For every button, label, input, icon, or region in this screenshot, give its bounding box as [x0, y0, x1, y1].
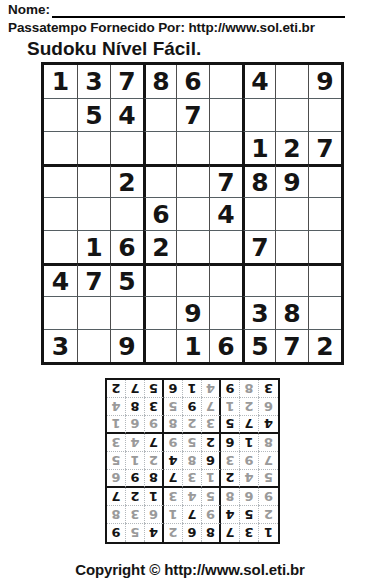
sudoku-cell-r2c3: 4	[110, 98, 143, 131]
sudoku-cell-r9c6: 6	[209, 329, 242, 362]
solution-cell-r7c5: 2	[183, 416, 202, 434]
sudoku-cell-r6c2: 1	[77, 230, 110, 263]
sudoku-cell-r3c3[interactable]	[110, 131, 143, 164]
sudoku-cell-r3c8: 2	[275, 131, 308, 164]
solution-cell-r9c3: 9	[221, 380, 240, 398]
sudoku-cell-r2c9[interactable]	[308, 98, 341, 131]
solution-cell-r5c1: 7	[259, 452, 278, 470]
solution-cell-r9c5: 1	[183, 380, 202, 398]
sudoku-cell-r4c8: 9	[275, 164, 308, 197]
sudoku-cell-r3c4[interactable]	[143, 131, 176, 164]
solution-cell-r1c8: 5	[126, 524, 145, 542]
sudoku-cell-r1c1: 1	[44, 65, 77, 98]
solution-cell-r5c8: 1	[126, 452, 145, 470]
solution-cell-r6c1: 8	[259, 434, 278, 452]
solution-cell-r9c7: 5	[145, 380, 164, 398]
solution-cell-r4c7: 8	[145, 470, 164, 488]
solution-cell-r9c8: 7	[126, 380, 145, 398]
sudoku-cell-r6c3: 6	[110, 230, 143, 263]
solution-cell-r9c9: 2	[107, 380, 126, 398]
solution-cell-r7c8: 6	[126, 416, 145, 434]
solution-cell-r2c9: 8	[107, 506, 126, 524]
sudoku-cell-r4c5[interactable]	[176, 164, 209, 197]
solution-cell-r4c4: 1	[202, 470, 221, 488]
solution-cell-r1c4: 8	[202, 524, 221, 542]
sudoku-cell-r2c8[interactable]	[275, 98, 308, 131]
sudoku-cell-r4c4[interactable]	[143, 164, 176, 197]
solution-cell-r8c8: 8	[126, 398, 145, 416]
solution-cell-r7c6: 8	[164, 416, 183, 434]
solution-cell-r9c1: 3	[259, 380, 278, 398]
sudoku-cell-r7c3: 5	[110, 263, 143, 296]
solution-cell-r4c8: 9	[126, 470, 145, 488]
sudoku-cell-r6c5[interactable]	[176, 230, 209, 263]
sudoku-cell-r4c9[interactable]	[308, 164, 341, 197]
sudoku-cell-r6c1[interactable]	[44, 230, 77, 263]
solution-cell-r4c3: 2	[221, 470, 240, 488]
solution-cell-r7c1: 4	[259, 416, 278, 434]
solution-cell-r2c8: 3	[126, 506, 145, 524]
solution-cell-r6c3: 6	[221, 434, 240, 452]
name-blank-line	[52, 1, 345, 18]
sudoku-cell-r7c5[interactable]	[176, 263, 209, 296]
sudoku-cell-r5c6: 4	[209, 197, 242, 230]
solution-cell-r6c9: 3	[107, 434, 126, 452]
solution-cell-r6c8: 4	[126, 434, 145, 452]
solution-cell-r8c9: 4	[107, 398, 126, 416]
solution-cell-r6c2: 1	[240, 434, 259, 452]
sudoku-cell-r6c8[interactable]	[275, 230, 308, 263]
sudoku-cell-r5c8[interactable]	[275, 197, 308, 230]
solution-cell-r3c9: 7	[107, 488, 126, 506]
solution-cell-r5c9: 5	[107, 452, 126, 470]
sudoku-cell-r2c1[interactable]	[44, 98, 77, 131]
sudoku-cell-r1c9: 9	[308, 65, 341, 98]
solution-cell-r3c8: 2	[126, 488, 145, 506]
sudoku-cell-r8c7: 3	[242, 296, 275, 329]
solution-cell-r8c4: 7	[202, 398, 221, 416]
solution-cell-r7c9: 1	[107, 416, 126, 434]
solution-cell-r8c3: 1	[221, 398, 240, 416]
sudoku-cell-r6c6[interactable]	[209, 230, 242, 263]
sudoku-cell-r3c9: 7	[308, 131, 341, 164]
sudoku-cell-r2c6[interactable]	[209, 98, 242, 131]
sudoku-cell-r4c1[interactable]	[44, 164, 77, 197]
solution-cell-r3c4: 5	[202, 488, 221, 506]
solution-cell-r3c3: 8	[221, 488, 240, 506]
solution-cell-r6c5: 5	[183, 434, 202, 452]
solution-cell-r6c6: 9	[164, 434, 183, 452]
solution-cell-r7c7: 9	[145, 416, 164, 434]
solution-cell-r1c3: 7	[221, 524, 240, 542]
sudoku-cell-r2c5: 7	[176, 98, 209, 131]
sudoku-cell-r5c1[interactable]	[44, 197, 77, 230]
sudoku-cell-r6c4: 2	[143, 230, 176, 263]
sudoku-cell-r8c1[interactable]	[44, 296, 77, 329]
sudoku-cell-r3c1[interactable]	[44, 131, 77, 164]
sudoku-cell-r4c2[interactable]	[77, 164, 110, 197]
sudoku-cell-r5c7[interactable]	[242, 197, 275, 230]
sudoku-cell-r8c8: 8	[275, 296, 308, 329]
solution-cell-r4c9: 6	[107, 470, 126, 488]
page-title: Sudoku Nível Fácil.	[27, 38, 201, 60]
name-row: Nome:	[8, 1, 345, 18]
sudoku-cell-r2c7[interactable]	[242, 98, 275, 131]
solution-cell-r1c5: 6	[183, 524, 202, 542]
sudoku-cell-r8c3[interactable]	[110, 296, 143, 329]
solution-cell-r3c6: 3	[164, 488, 183, 506]
solution-cell-r5c5: 8	[183, 452, 202, 470]
solution-cell-r2c5: 7	[183, 506, 202, 524]
sudoku-cell-r3c5[interactable]	[176, 131, 209, 164]
sudoku-cell-r5c4: 6	[143, 197, 176, 230]
sudoku-cell-r5c9[interactable]	[308, 197, 341, 230]
copyright-text: Copyright © http://www.sol.eti.br	[0, 561, 380, 578]
solution-cell-r3c2: 6	[240, 488, 259, 506]
solution-cell-r2c2: 5	[240, 506, 259, 524]
sudoku-cell-r9c2[interactable]	[77, 329, 110, 362]
sudoku-cell-r8c5: 9	[176, 296, 209, 329]
solution-cell-r1c9: 9	[107, 524, 126, 542]
solution-cell-r3c5: 4	[183, 488, 202, 506]
solution-cell-r5c7: 2	[145, 452, 164, 470]
solution-cell-r7c2: 7	[240, 416, 259, 434]
sudoku-cell-r1c2: 3	[77, 65, 110, 98]
sudoku-cell-r9c4[interactable]	[143, 329, 176, 362]
solution-cell-r8c1: 6	[259, 398, 278, 416]
sudoku-cell-r4c7: 8	[242, 164, 275, 197]
sudoku-cell-r5c5[interactable]	[176, 197, 209, 230]
solution-cell-r6c7: 7	[145, 434, 164, 452]
sudoku-cell-r7c2: 7	[77, 263, 110, 296]
sudoku-cell-r7c8[interactable]	[275, 263, 308, 296]
solution-cell-r5c6: 4	[164, 452, 183, 470]
solution-cell-r1c1: 1	[259, 524, 278, 542]
sudoku-cell-r9c7: 5	[242, 329, 275, 362]
solution-cell-r8c6: 5	[164, 398, 183, 416]
solution-cell-r9c6: 6	[164, 380, 183, 398]
solution-cell-r2c3: 4	[221, 506, 240, 524]
sudoku-cell-r9c9: 2	[308, 329, 341, 362]
solution-cell-r1c2: 3	[240, 524, 259, 542]
sudoku-cell-r7c7[interactable]	[242, 263, 275, 296]
sudoku-cell-r7c1: 4	[44, 263, 77, 296]
sudoku-cell-r7c9[interactable]	[308, 263, 341, 296]
sudoku-cell-r1c4: 8	[143, 65, 176, 98]
sudoku-cell-r9c1: 3	[44, 329, 77, 362]
sudoku-cell-r2c2: 5	[77, 98, 110, 131]
sudoku-cell-r8c2[interactable]	[77, 296, 110, 329]
solution-cell-r4c1: 5	[259, 470, 278, 488]
solution-cell-r2c7: 6	[145, 506, 164, 524]
solution-cell-r7c4: 3	[202, 416, 221, 434]
solution-cell-r9c4: 4	[202, 380, 221, 398]
name-label: Nome:	[8, 2, 50, 18]
solution-cell-r8c2: 2	[240, 398, 259, 416]
sudoku-cell-r1c3: 7	[110, 65, 143, 98]
sudoku-cell-r3c6[interactable]	[209, 131, 242, 164]
sudoku-cell-r9c8: 7	[275, 329, 308, 362]
sudoku-cell-r5c3[interactable]	[110, 197, 143, 230]
sudoku-cell-r6c7: 7	[242, 230, 275, 263]
solution-cell-r2c6: 1	[164, 506, 183, 524]
solution-board-rotated-wrap: 1378624592549716389685431275421378967936…	[105, 378, 280, 544]
sudoku-cell-r9c5: 1	[176, 329, 209, 362]
sudoku-cell-r2c4[interactable]	[143, 98, 176, 131]
sudoku-cell-r1c6[interactable]	[209, 65, 242, 98]
sudoku-cell-r5c2[interactable]	[77, 197, 110, 230]
provided-by-text: Passatempo Fornecido Por: http://www.sol…	[8, 20, 315, 35]
sudoku-cell-r9c3: 9	[110, 329, 143, 362]
solution-cell-r6c4: 2	[202, 434, 221, 452]
sudoku-cell-r3c7: 1	[242, 131, 275, 164]
sudoku-cell-r4c6: 7	[209, 164, 242, 197]
solution-cell-r1c6: 2	[164, 524, 183, 542]
sudoku-cell-r8c9[interactable]	[308, 296, 341, 329]
solution-cell-r9c2: 8	[240, 380, 259, 398]
solution-cell-r8c7: 3	[145, 398, 164, 416]
sudoku-cell-r3c2[interactable]	[77, 131, 110, 164]
sudoku-board: 137864954712727896416274759383916572	[41, 62, 344, 365]
solution-cell-r7c3: 5	[221, 416, 240, 434]
sudoku-cell-r6c9[interactable]	[308, 230, 341, 263]
sudoku-cell-r4c3: 2	[110, 164, 143, 197]
sudoku-cell-r7c4[interactable]	[143, 263, 176, 296]
solution-cell-r8c5: 9	[183, 398, 202, 416]
solution-cell-r4c6: 7	[164, 470, 183, 488]
solution-cell-r3c1: 9	[259, 488, 278, 506]
solution-cell-r2c4: 9	[202, 506, 221, 524]
solution-cell-r3c7: 1	[145, 488, 164, 506]
sudoku-cell-r8c4[interactable]	[143, 296, 176, 329]
sudoku-cell-r7c6[interactable]	[209, 263, 242, 296]
solution-cell-r1c7: 4	[145, 524, 164, 542]
solution-cell-r2c1: 2	[259, 506, 278, 524]
solution-board: 1378624592549716389685431275421378967936…	[105, 378, 280, 544]
sudoku-cell-r1c8[interactable]	[275, 65, 308, 98]
sudoku-cell-r1c5: 6	[176, 65, 209, 98]
sudoku-cell-r8c6[interactable]	[209, 296, 242, 329]
solution-cell-r4c5: 3	[183, 470, 202, 488]
solution-cell-r4c2: 4	[240, 470, 259, 488]
solution-cell-r5c3: 3	[221, 452, 240, 470]
sudoku-cell-r1c7: 4	[242, 65, 275, 98]
solution-cell-r5c4: 6	[202, 452, 221, 470]
solution-cell-r5c2: 9	[240, 452, 259, 470]
